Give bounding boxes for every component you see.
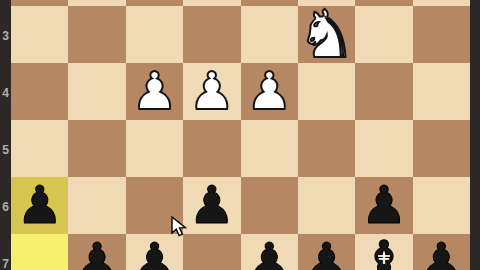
rank-label-5: 5 [0,143,11,157]
rank-label-4: 4 [0,86,11,100]
square-a6[interactable] [413,177,470,234]
square-b5[interactable] [355,120,412,177]
square-e6[interactable]: ♟ [183,177,240,234]
square-f4[interactable]: ♟ [126,63,183,120]
piece-black-pawn-g7[interactable]: ♟ [68,234,125,270]
rank-label-3: 3 [0,29,11,43]
app-viewport: ♟♟♟♟♟♞♟♟♟♟♟♟♟♟♟♟♝+♟ 34567 [0,0,480,270]
square-a3[interactable] [413,6,470,63]
square-h4[interactable] [11,63,68,120]
square-e3[interactable] [183,6,240,63]
piece-white-pawn-f4[interactable]: ♟ [126,63,183,120]
square-g3[interactable] [68,6,125,63]
piece-black-pawn-d7[interactable]: ♟ [241,234,298,270]
square-b7[interactable]: ♝+ [355,234,412,270]
square-c3[interactable]: ♞ [298,6,355,63]
square-c5[interactable] [298,120,355,177]
bishop-mitre-cross: + [377,251,390,267]
square-f5[interactable] [126,120,183,177]
piece-black-pawn-e6[interactable]: ♟ [183,177,240,234]
square-h6[interactable]: ♟ [11,177,68,234]
square-g5[interactable] [68,120,125,177]
square-a7[interactable]: ♟ [413,234,470,270]
square-f6[interactable] [126,177,183,234]
square-c4[interactable] [298,63,355,120]
piece-white-knight-c3[interactable]: ♞ [298,6,355,63]
rank-label-7: 7 [0,257,11,270]
rank-coordinates: 34567 [0,0,11,270]
square-d6[interactable] [241,177,298,234]
square-e4[interactable]: ♟ [183,63,240,120]
square-h3[interactable] [11,6,68,63]
square-g6[interactable] [68,177,125,234]
piece-black-pawn-f7[interactable]: ♟ [126,234,183,270]
square-h7[interactable] [11,234,68,270]
square-d7[interactable]: ♟ [241,234,298,270]
square-b3[interactable] [355,6,412,63]
square-b4[interactable] [355,63,412,120]
square-f3[interactable] [126,6,183,63]
piece-white-pawn-e4[interactable]: ♟ [183,63,240,120]
square-f7[interactable]: ♟ [126,234,183,270]
chess-board[interactable]: ♟♟♟♟♟♞♟♟♟♟♟♟♟♟♟♟♝+♟ [11,0,470,270]
piece-black-pawn-h6[interactable]: ♟ [11,177,68,234]
piece-black-pawn-c7[interactable]: ♟ [298,234,355,270]
square-e5[interactable] [183,120,240,177]
square-d5[interactable] [241,120,298,177]
square-b6[interactable]: ♟ [355,177,412,234]
piece-black-pawn-a7[interactable]: ♟ [413,234,470,270]
square-d4[interactable]: ♟ [241,63,298,120]
square-c6[interactable] [298,177,355,234]
square-a5[interactable] [413,120,470,177]
piece-black-pawn-b6[interactable]: ♟ [355,177,412,234]
square-d3[interactable] [241,6,298,63]
square-c7[interactable]: ♟ [298,234,355,270]
square-a4[interactable] [413,63,470,120]
square-e7[interactable] [183,234,240,270]
piece-white-pawn-d4[interactable]: ♟ [241,63,298,120]
square-g7[interactable]: ♟ [68,234,125,270]
square-g4[interactable] [68,63,125,120]
square-h5[interactable] [11,120,68,177]
rank-label-6: 6 [0,200,11,214]
